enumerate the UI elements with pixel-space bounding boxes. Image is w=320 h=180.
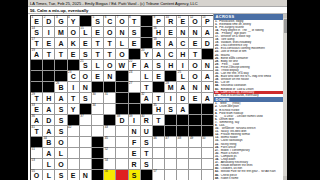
grid-cell[interactable]: 57 xyxy=(153,170,165,180)
cell-letter: S xyxy=(31,29,42,37)
grid-cell[interactable]: F xyxy=(129,137,141,148)
grid-cell[interactable]: N xyxy=(116,27,128,38)
cell-letter: E xyxy=(129,150,140,158)
cell-letter: O xyxy=(116,18,127,26)
grid-cell[interactable] xyxy=(92,148,104,159)
grid-cell[interactable]: E xyxy=(92,71,104,82)
cell-letter: S xyxy=(55,172,66,180)
scroll-down-icon[interactable] xyxy=(283,176,287,180)
grid-cell[interactable]: E xyxy=(68,170,80,180)
grid-cell[interactable]: 48 xyxy=(177,137,189,148)
grid-cell[interactable]: I xyxy=(68,82,80,93)
cell-letter: N xyxy=(202,84,213,92)
cell-letter: L xyxy=(55,150,66,158)
cell-letter: N xyxy=(116,29,127,37)
grid-cell[interactable]: 46 xyxy=(153,137,165,148)
grid-cell[interactable]: A xyxy=(43,104,55,115)
grid-cell[interactable]: 2D xyxy=(43,16,55,27)
cell-letter: D xyxy=(202,40,213,48)
grid-cell[interactable]: 25L xyxy=(177,71,189,82)
cell-letter: O xyxy=(80,73,91,81)
cell-letter: E xyxy=(165,29,176,37)
cell-letter: E xyxy=(189,40,200,48)
grid-cell[interactable]: 31 xyxy=(104,93,116,104)
cell-letter: R xyxy=(153,40,164,48)
grid-cell[interactable]: C xyxy=(165,49,177,60)
grid-cell[interactable]: I xyxy=(165,93,177,104)
grid-cell[interactable]: 39I xyxy=(129,115,141,126)
cell-letter: H xyxy=(177,51,188,59)
grid-cell[interactable] xyxy=(177,159,189,170)
grid-cell[interactable] xyxy=(129,93,141,104)
cell-letter: P xyxy=(202,18,213,26)
grid-cell[interactable]: T xyxy=(55,49,67,60)
cell-letter: I xyxy=(129,117,140,125)
cell-letter: E xyxy=(153,73,164,81)
grid-cell[interactable]: A xyxy=(153,49,165,60)
grid-cell[interactable]: 13P xyxy=(202,16,214,27)
cell-letter: T xyxy=(153,95,164,103)
grid-cell[interactable]: A xyxy=(202,93,214,104)
cell-letter: R xyxy=(141,117,152,125)
grid-cell[interactable] xyxy=(80,137,92,148)
grid-cell[interactable]: E xyxy=(92,27,104,38)
across-clue-list[interactable]: 1. Provocative, edgily5. Extended time o… xyxy=(214,20,287,97)
cell-letter: A xyxy=(31,117,42,125)
cell-letter: F xyxy=(129,62,140,70)
grid-cell[interactable]: T xyxy=(92,49,104,60)
cell-letter: S xyxy=(80,62,91,70)
grid-cell[interactable] xyxy=(202,159,214,170)
grid-cell[interactable]: 26B xyxy=(55,82,67,93)
cell-letter: H xyxy=(43,95,54,103)
grid-cell[interactable] xyxy=(116,148,128,159)
cell-letter: E xyxy=(92,73,103,81)
cell-letter: O xyxy=(189,62,200,70)
grid-cell[interactable]: H xyxy=(43,93,55,104)
grid-cell[interactable] xyxy=(141,27,153,38)
grid-cell[interactable]: T xyxy=(43,49,55,60)
cell-letter: T xyxy=(31,40,42,48)
grid-cell[interactable] xyxy=(104,104,116,115)
grid-cell[interactable]: 21S xyxy=(80,60,92,71)
grid-cell[interactable]: A xyxy=(141,60,153,71)
cell-number: 56 xyxy=(105,170,108,173)
cell-letter: D xyxy=(43,18,54,26)
cell-letter: S xyxy=(80,95,91,103)
grid-cell[interactable] xyxy=(80,148,92,159)
cell-letter: L xyxy=(43,161,54,169)
cell-letter: S xyxy=(55,117,66,125)
grid-cell[interactable]: 12O xyxy=(189,16,201,27)
cell-letter: T xyxy=(104,51,115,59)
grid-cell[interactable]: 27 xyxy=(129,82,141,93)
cell-letter: M xyxy=(165,84,176,92)
cell-letter: A xyxy=(43,106,54,114)
grid-cell[interactable]: L xyxy=(141,71,153,82)
grid-cell[interactable]: T xyxy=(92,38,104,49)
grid-cell[interactable] xyxy=(43,60,55,71)
grid-cell[interactable]: 20Y xyxy=(141,49,153,60)
cell-letter: E xyxy=(80,40,91,48)
grid-cell[interactable] xyxy=(43,82,55,93)
grid-cell[interactable] xyxy=(165,159,177,170)
grid-cell[interactable]: L xyxy=(92,60,104,71)
cell-letter: T xyxy=(92,40,103,48)
cell-letter: T xyxy=(31,128,42,136)
cell-number: 24 xyxy=(129,71,132,74)
cell-letter: A xyxy=(141,62,152,70)
grid-cell[interactable]: N xyxy=(80,82,92,93)
grid-cell[interactable]: L xyxy=(43,159,55,170)
grid-cell[interactable] xyxy=(31,71,43,82)
cell-letter: G xyxy=(55,18,66,26)
cell-letter: T xyxy=(153,117,164,125)
grid-cell[interactable]: N xyxy=(129,126,141,137)
grid-cell[interactable] xyxy=(202,49,214,60)
grid-cell[interactable] xyxy=(153,148,165,159)
cell-letter: N xyxy=(177,29,188,37)
cell-letter: H xyxy=(153,106,164,114)
grid-cell[interactable] xyxy=(55,60,67,71)
grid-cell[interactable]: R xyxy=(129,159,141,170)
grid-cell[interactable]: 55O xyxy=(31,170,43,180)
cell-letter: T xyxy=(129,18,140,26)
cell-letter: I xyxy=(177,62,188,70)
grid-cell[interactable] xyxy=(165,170,177,180)
cell-letter: A xyxy=(177,84,188,92)
grid-cell[interactable] xyxy=(202,115,214,126)
cell-letter: S xyxy=(129,29,140,37)
cell-number: 46 xyxy=(153,137,156,140)
grid-cell[interactable]: S xyxy=(129,170,141,180)
grid-cell[interactable]: D xyxy=(202,38,214,49)
grid-cell[interactable]: 4Y xyxy=(68,16,80,27)
grid-cell[interactable]: O xyxy=(68,27,80,38)
grid-cell[interactable]: 6C xyxy=(104,16,116,27)
cell-letter: T xyxy=(141,84,152,92)
cell-letter: E xyxy=(68,51,79,59)
grid-cell[interactable] xyxy=(92,115,104,126)
grid-cell[interactable]: D xyxy=(177,93,189,104)
cell-letter: E xyxy=(189,95,200,103)
cell-letter: E xyxy=(92,29,103,37)
cell-letter: H xyxy=(165,62,176,70)
cell-letter: A xyxy=(43,128,54,136)
grid-cell[interactable]: 28M xyxy=(165,82,177,93)
grid-cell[interactable]: N xyxy=(80,170,92,180)
grid-cell[interactable]: O xyxy=(189,60,201,71)
grid-cell[interactable]: 49 xyxy=(189,137,201,148)
cell-letter: C xyxy=(165,51,176,59)
cell-letter: D xyxy=(116,117,127,125)
grid-cell[interactable] xyxy=(141,170,153,180)
grid-cell[interactable]: D xyxy=(43,115,55,126)
grid-cell[interactable] xyxy=(116,82,128,93)
grid-cell[interactable]: T xyxy=(68,93,80,104)
grid-cell[interactable]: 56 xyxy=(104,170,116,180)
cell-letter: I xyxy=(43,29,54,37)
grid-cell[interactable]: L xyxy=(55,148,67,159)
scroll-up-icon[interactable] xyxy=(283,14,287,18)
grid-cell[interactable] xyxy=(189,148,201,159)
cell-letter: A xyxy=(177,106,188,114)
grid-cell[interactable]: S xyxy=(141,137,153,148)
grid-cell[interactable]: K xyxy=(68,38,80,49)
cell-letter: B xyxy=(43,139,54,147)
grid-cell[interactable]: 44B xyxy=(43,137,55,148)
cell-letter: L xyxy=(116,40,127,48)
grid-cell[interactable] xyxy=(68,137,80,148)
grid-cell[interactable]: T xyxy=(104,38,116,49)
cell-letter: A xyxy=(165,40,176,48)
cell-letter: N xyxy=(189,84,200,92)
grid-cell[interactable] xyxy=(202,148,214,159)
grid-cell[interactable]: A xyxy=(55,93,67,104)
cell-letter: L xyxy=(141,73,152,81)
cell-number: 49 xyxy=(190,137,193,140)
grid-cell[interactable] xyxy=(68,148,80,159)
cell-letter: D xyxy=(43,117,54,125)
cell-letter: S xyxy=(55,106,66,114)
cell-number: 47 xyxy=(166,137,169,140)
grid-cell[interactable]: O xyxy=(104,60,116,71)
grid-cell[interactable]: A xyxy=(177,104,189,115)
grid-cell[interactable] xyxy=(92,126,104,137)
cell-letter: O xyxy=(55,161,66,169)
cell-letter: S xyxy=(141,161,152,169)
grid-cell[interactable]: E xyxy=(68,49,80,60)
cell-letter: K xyxy=(68,40,79,48)
grid-cell[interactable]: 35H xyxy=(153,104,165,115)
grid-cell[interactable] xyxy=(80,126,92,137)
grid-cell[interactable] xyxy=(202,104,214,115)
cell-number: 34 xyxy=(92,104,95,107)
crossword-grid[interactable]: 1E2D3G4Y5S6C7O8T9P10R11E12O13P14SIMO15LE… xyxy=(30,15,215,180)
cell-letter: A xyxy=(202,29,213,37)
cell-letter: E xyxy=(31,18,42,26)
grid-cell[interactable]: N xyxy=(202,82,214,93)
cell-letter: T xyxy=(104,40,115,48)
grid-cell[interactable] xyxy=(92,137,104,148)
cell-letter: P xyxy=(153,18,164,26)
grid-cell[interactable] xyxy=(116,170,128,180)
grid-cell[interactable] xyxy=(92,159,104,170)
grid-cell[interactable]: O xyxy=(189,71,201,82)
grid-cell[interactable] xyxy=(31,60,43,71)
grid-cell[interactable]: T xyxy=(104,49,116,60)
cell-number: 45 xyxy=(105,137,108,140)
grid-cell[interactable]: N xyxy=(177,27,189,38)
cell-number: 43 xyxy=(105,126,108,129)
cell-letter: S xyxy=(165,106,176,114)
grid-cell[interactable]: N xyxy=(189,82,201,93)
grid-cell[interactable] xyxy=(177,115,189,126)
cell-letter: S xyxy=(55,128,66,136)
cell-letter: S xyxy=(129,172,140,180)
grid-cell[interactable] xyxy=(153,82,165,93)
grid-cell[interactable] xyxy=(189,115,201,126)
cell-letter: O xyxy=(189,73,200,81)
cell-letter: A xyxy=(202,95,213,103)
grid-cell[interactable]: U xyxy=(141,126,153,137)
grid-cell[interactable]: S xyxy=(165,104,177,115)
grid-cell[interactable]: E xyxy=(80,38,92,49)
grid-cell[interactable] xyxy=(165,148,177,159)
grid-cell[interactable]: N xyxy=(189,27,201,38)
cell-letter: B xyxy=(55,84,66,92)
grid-cell[interactable]: 7O xyxy=(116,16,128,27)
grid-cell[interactable]: 18R xyxy=(153,38,165,49)
grid-cell[interactable]: C xyxy=(177,38,189,49)
grid-cell[interactable] xyxy=(177,148,189,159)
grid-cell[interactable] xyxy=(116,159,128,170)
grid-cell[interactable]: A xyxy=(165,38,177,49)
cell-letter: E xyxy=(129,40,140,48)
grid-cell[interactable]: 19A xyxy=(31,49,43,60)
cell-letter: T xyxy=(43,51,54,59)
grid-cell[interactable]: S xyxy=(55,126,67,137)
grid-cell[interactable]: 23C xyxy=(68,71,80,82)
grid-cell[interactable]: S xyxy=(153,60,165,71)
grid-cell[interactable]: M xyxy=(55,27,67,38)
grid-cell[interactable]: S xyxy=(55,170,67,180)
cell-letter: S xyxy=(153,62,164,70)
cell-letter: Y xyxy=(141,51,152,59)
cell-letter: R xyxy=(129,161,140,169)
cell-letter: A xyxy=(202,73,213,81)
grid-cell[interactable]: A xyxy=(55,38,67,49)
cell-number: 27 xyxy=(129,82,132,85)
grid-cell[interactable] xyxy=(80,159,92,170)
grid-cell[interactable]: L xyxy=(116,38,128,49)
grid-cell[interactable]: E xyxy=(189,93,201,104)
grid-cell[interactable] xyxy=(43,71,55,82)
grid-cell[interactable] xyxy=(189,159,201,170)
grid-cell[interactable]: H xyxy=(165,60,177,71)
cell-number: 54 xyxy=(105,159,108,162)
grid-cell[interactable] xyxy=(141,16,153,27)
grid-cell[interactable]: 10R xyxy=(165,16,177,27)
grid-cell[interactable]: 41T xyxy=(31,126,43,137)
cell-letter: T xyxy=(189,51,200,59)
grid-cell[interactable]: T xyxy=(141,148,153,159)
grid-cell[interactable]: E xyxy=(43,38,55,49)
grid-cell[interactable]: A xyxy=(202,27,214,38)
cell-letter: A xyxy=(31,51,42,59)
grid-cell[interactable]: O xyxy=(55,137,67,148)
grid-cell[interactable]: N xyxy=(104,71,116,82)
cell-letter: F xyxy=(129,139,140,147)
grid-cell[interactable] xyxy=(116,93,128,104)
cell-letter: Y xyxy=(68,106,79,114)
cell-letter: L xyxy=(177,73,188,81)
grid-cell[interactable] xyxy=(116,137,128,148)
grid-cell[interactable]: E xyxy=(189,38,201,49)
grid-cell[interactable]: I xyxy=(43,27,55,38)
grid-cell[interactable]: 32A xyxy=(141,93,153,104)
grid-cell[interactable]: E xyxy=(165,27,177,38)
grid-cell[interactable] xyxy=(189,104,201,115)
cell-letter: N xyxy=(80,84,91,92)
cell-letter: N xyxy=(80,172,91,180)
cell-letter: C xyxy=(68,73,79,81)
cell-number: 57 xyxy=(153,170,156,173)
cell-letter: S xyxy=(92,18,103,26)
grid-cell[interactable]: O xyxy=(104,27,116,38)
cell-letter: C xyxy=(177,40,188,48)
grid-cell[interactable]: S xyxy=(55,104,67,115)
grid-cell[interactable]: A xyxy=(43,148,55,159)
cell-letter: A xyxy=(141,95,152,103)
grid-cell[interactable]: 15L xyxy=(80,27,92,38)
cell-letter: T xyxy=(92,51,103,59)
grid-cell[interactable]: A xyxy=(177,82,189,93)
grid-cell[interactable]: S xyxy=(80,93,92,104)
grid-cell[interactable]: 50 xyxy=(202,137,214,148)
grid-cell[interactable]: T xyxy=(153,115,165,126)
grid-cell[interactable]: 34 xyxy=(92,104,104,115)
grid-cell[interactable]: 38D xyxy=(116,115,128,126)
grid-cell[interactable] xyxy=(68,159,80,170)
cell-letter: N xyxy=(104,73,115,81)
grid-cell[interactable]: 47 xyxy=(165,137,177,148)
grid-cell[interactable]: 5S xyxy=(92,16,104,27)
grid-cell[interactable]: Y xyxy=(68,104,80,115)
grid-cell[interactable]: 37 xyxy=(80,115,92,126)
grid-cell[interactable]: 11E xyxy=(177,16,189,27)
grid-cell[interactable]: 40R xyxy=(141,115,153,126)
grid-cell[interactable]: E xyxy=(129,148,141,159)
grid-cell[interactable]: A xyxy=(202,71,214,82)
grid-cell[interactable] xyxy=(116,71,128,82)
cell-letter: O xyxy=(116,51,127,59)
cell-letter: R xyxy=(165,18,176,26)
grid-cell[interactable] xyxy=(92,170,104,180)
cell-letter: O xyxy=(55,139,66,147)
grid-cell[interactable]: O xyxy=(55,159,67,170)
grid-cell[interactable]: N xyxy=(202,60,214,71)
clue-scrollbar[interactable] xyxy=(283,14,287,180)
grid-cell[interactable]: 42 xyxy=(68,126,80,137)
grid-cell[interactable] xyxy=(177,170,189,180)
scroll-thumb[interactable] xyxy=(284,19,287,33)
grid-cell[interactable]: S xyxy=(55,115,67,126)
grid-cell[interactable]: 8T xyxy=(129,16,141,27)
grid-cell[interactable]: E xyxy=(153,71,165,82)
grid-cell[interactable]: E xyxy=(129,38,141,49)
grid-cell[interactable] xyxy=(202,170,214,180)
grid-cell[interactable]: T xyxy=(189,49,201,60)
down-clue-list[interactable]: 1. "Mele __" (hello)2. Crash-diet plan3.… xyxy=(214,102,287,180)
grid-cell[interactable]: S xyxy=(129,27,141,38)
grid-cell[interactable]: S xyxy=(141,159,153,170)
grid-cell[interactable] xyxy=(189,170,201,180)
cell-number: 52 xyxy=(105,148,108,151)
cell-number: 53 xyxy=(32,159,35,162)
cell-letter: D xyxy=(177,95,188,103)
cell-letter: T xyxy=(55,51,66,59)
grid-cell[interactable]: O xyxy=(116,49,128,60)
grid-cell[interactable]: 3G xyxy=(55,16,67,27)
grid-cell[interactable]: H xyxy=(177,49,189,60)
grid-cell[interactable]: O xyxy=(80,71,92,82)
grid-cell[interactable]: L xyxy=(43,170,55,180)
grid-cell[interactable] xyxy=(165,115,177,126)
cell-letter: E xyxy=(177,18,188,26)
grid-cell[interactable] xyxy=(116,126,128,137)
grid-cell[interactable]: W xyxy=(116,60,128,71)
